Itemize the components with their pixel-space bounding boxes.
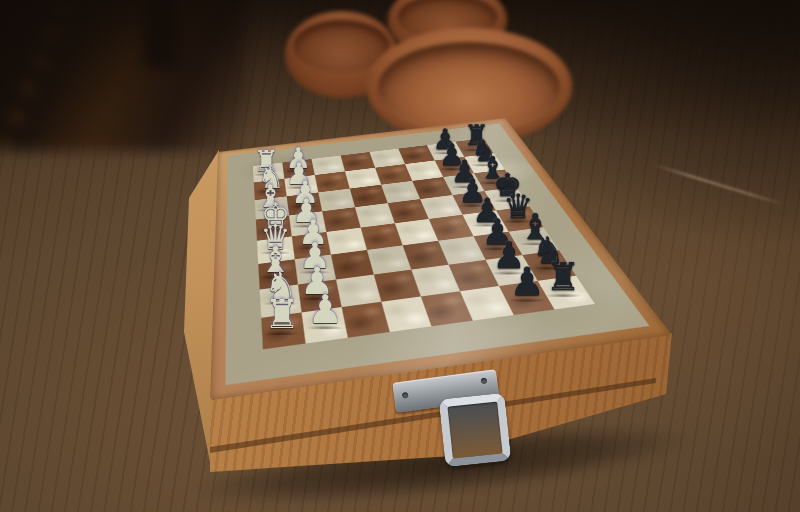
- clasp-screw: [402, 392, 409, 399]
- square-f2: [287, 192, 323, 215]
- clasp-hasp-loop: [439, 393, 512, 468]
- square-c1: [258, 259, 298, 289]
- square-f3: [318, 189, 355, 212]
- square-a1: [261, 312, 305, 349]
- bowl-interior: [378, 42, 560, 134]
- photo-scene: ♜♞♝♛♚♝♞♜♟♟♟♟♟♟♟♟♟♟♟♟♟♟♟♟♜♞♝♛♚♝♞♜: [0, 0, 800, 512]
- square-a2: [302, 307, 348, 343]
- clasp-screw: [481, 378, 488, 385]
- square-c2: [295, 255, 336, 285]
